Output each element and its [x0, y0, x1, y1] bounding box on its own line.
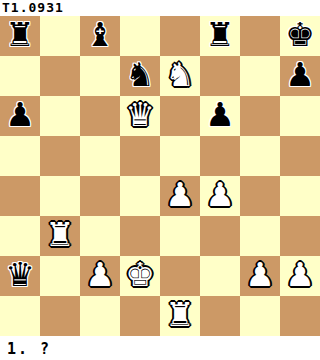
- square-c1[interactable]: [80, 296, 120, 336]
- square-a8[interactable]: ♜: [0, 16, 40, 56]
- piece-white-knight-e7[interactable]: ♞: [165, 56, 195, 95]
- square-b3[interactable]: ♜: [40, 216, 80, 256]
- square-b7[interactable]: [40, 56, 80, 96]
- square-a6[interactable]: ♟: [0, 96, 40, 136]
- square-h1[interactable]: [280, 296, 320, 336]
- square-f6[interactable]: ♟: [200, 96, 240, 136]
- square-d5[interactable]: [120, 136, 160, 176]
- square-c8[interactable]: ♝: [80, 16, 120, 56]
- square-g2[interactable]: ♟: [240, 256, 280, 296]
- square-e4[interactable]: ♟: [160, 176, 200, 216]
- puzzle-id: T1.0931: [0, 0, 320, 16]
- square-b1[interactable]: [40, 296, 80, 336]
- piece-white-pawn-h2[interactable]: ♟: [285, 256, 315, 295]
- square-e5[interactable]: [160, 136, 200, 176]
- square-d8[interactable]: [120, 16, 160, 56]
- square-c7[interactable]: [80, 56, 120, 96]
- chess-puzzle-screen: T1.0931 ♜♝♜♚♞♞♟♟♛♟♟♟♜♛♟♚♟♟♜ 1. ?: [0, 0, 320, 360]
- square-g5[interactable]: [240, 136, 280, 176]
- piece-black-bishop-c8[interactable]: ♝: [85, 16, 115, 55]
- square-b6[interactable]: [40, 96, 80, 136]
- square-c2[interactable]: ♟: [80, 256, 120, 296]
- square-d3[interactable]: [120, 216, 160, 256]
- chess-board: ♜♝♜♚♞♞♟♟♛♟♟♟♜♛♟♚♟♟♜: [0, 16, 320, 336]
- square-a5[interactable]: [0, 136, 40, 176]
- square-d7[interactable]: ♞: [120, 56, 160, 96]
- piece-white-queen-d6[interactable]: ♛: [125, 96, 155, 135]
- square-b4[interactable]: [40, 176, 80, 216]
- square-g6[interactable]: [240, 96, 280, 136]
- square-h4[interactable]: [280, 176, 320, 216]
- square-h2[interactable]: ♟: [280, 256, 320, 296]
- square-g1[interactable]: [240, 296, 280, 336]
- square-f8[interactable]: ♜: [200, 16, 240, 56]
- square-e7[interactable]: ♞: [160, 56, 200, 96]
- square-a3[interactable]: [0, 216, 40, 256]
- piece-black-queen-a2[interactable]: ♛: [5, 256, 35, 295]
- square-f5[interactable]: [200, 136, 240, 176]
- square-c6[interactable]: [80, 96, 120, 136]
- piece-white-king-d2[interactable]: ♚: [125, 256, 155, 295]
- square-f2[interactable]: [200, 256, 240, 296]
- square-c4[interactable]: [80, 176, 120, 216]
- square-e1[interactable]: ♜: [160, 296, 200, 336]
- square-f7[interactable]: [200, 56, 240, 96]
- piece-white-rook-b3[interactable]: ♜: [45, 216, 75, 255]
- square-a1[interactable]: [0, 296, 40, 336]
- square-h6[interactable]: [280, 96, 320, 136]
- square-h5[interactable]: [280, 136, 320, 176]
- square-f4[interactable]: ♟: [200, 176, 240, 216]
- piece-black-pawn-f6[interactable]: ♟: [205, 96, 235, 135]
- square-b2[interactable]: [40, 256, 80, 296]
- square-g7[interactable]: [240, 56, 280, 96]
- piece-white-pawn-f4[interactable]: ♟: [205, 176, 235, 215]
- square-h7[interactable]: ♟: [280, 56, 320, 96]
- square-d2[interactable]: ♚: [120, 256, 160, 296]
- square-d1[interactable]: [120, 296, 160, 336]
- square-a7[interactable]: [0, 56, 40, 96]
- square-e6[interactable]: [160, 96, 200, 136]
- square-g3[interactable]: [240, 216, 280, 256]
- piece-white-pawn-c2[interactable]: ♟: [85, 256, 115, 295]
- square-f3[interactable]: [200, 216, 240, 256]
- square-h3[interactable]: [280, 216, 320, 256]
- square-d4[interactable]: [120, 176, 160, 216]
- square-d6[interactable]: ♛: [120, 96, 160, 136]
- square-c3[interactable]: [80, 216, 120, 256]
- square-e8[interactable]: [160, 16, 200, 56]
- square-b5[interactable]: [40, 136, 80, 176]
- square-c5[interactable]: [80, 136, 120, 176]
- piece-white-rook-e1[interactable]: ♜: [165, 296, 195, 335]
- square-g8[interactable]: [240, 16, 280, 56]
- piece-black-pawn-a6[interactable]: ♟: [5, 96, 35, 135]
- square-e3[interactable]: [160, 216, 200, 256]
- move-prompt: 1. ?: [0, 336, 320, 360]
- piece-black-rook-a8[interactable]: ♜: [5, 16, 35, 55]
- square-f1[interactable]: [200, 296, 240, 336]
- square-e2[interactable]: [160, 256, 200, 296]
- square-g4[interactable]: [240, 176, 280, 216]
- square-a2[interactable]: ♛: [0, 256, 40, 296]
- square-a4[interactable]: [0, 176, 40, 216]
- square-h8[interactable]: ♚: [280, 16, 320, 56]
- piece-white-pawn-g2[interactable]: ♟: [245, 256, 275, 295]
- piece-black-king-h8[interactable]: ♚: [285, 16, 315, 55]
- square-b8[interactable]: [40, 16, 80, 56]
- piece-white-pawn-e4[interactable]: ♟: [165, 176, 195, 215]
- piece-black-knight-d7[interactable]: ♞: [125, 56, 155, 95]
- piece-black-rook-f8[interactable]: ♜: [205, 16, 235, 55]
- piece-black-pawn-h7[interactable]: ♟: [285, 56, 315, 95]
